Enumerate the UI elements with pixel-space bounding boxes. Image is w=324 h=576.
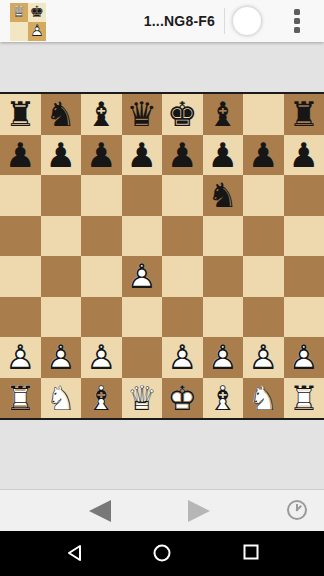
square-h2[interactable]: ♟♙: [284, 337, 324, 378]
square-c1[interactable]: ♝♗: [81, 378, 122, 419]
android-recents-icon[interactable]: [243, 544, 259, 564]
black-pawn: ♟: [243, 135, 284, 176]
square-f5[interactable]: [203, 216, 244, 257]
black-pawn: ♟: [81, 135, 122, 176]
square-b8[interactable]: ♞: [41, 94, 82, 135]
square-b2[interactable]: ♟♙: [41, 337, 82, 378]
square-d7[interactable]: ♟: [122, 135, 163, 176]
square-h8[interactable]: ♜: [284, 94, 324, 135]
square-d8[interactable]: ♛: [122, 94, 163, 135]
android-back-icon[interactable]: [66, 544, 82, 566]
square-b3[interactable]: [41, 297, 82, 338]
square-e6[interactable]: [162, 175, 203, 216]
move-controls-bar: [0, 489, 324, 531]
square-a8[interactable]: ♜: [0, 94, 41, 135]
black-bishop: ♝: [203, 94, 244, 135]
square-a7[interactable]: ♟: [0, 135, 41, 176]
white-pawn: ♟♙: [0, 337, 41, 378]
chess-app-screen: ♛♕♚♟♙ 1...NG8-F6 ♜♞♝♛♚♝♜♟♟♟♟♟♟♟♟♞♟♙♟♙♟♙♟…: [0, 0, 324, 576]
square-g2[interactable]: ♟♙: [243, 337, 284, 378]
android-home-icon[interactable]: [153, 544, 171, 566]
square-g1[interactable]: ♞♘: [243, 378, 284, 419]
white-pawn: ♟♙: [41, 337, 82, 378]
black-pawn: ♟: [41, 135, 82, 176]
square-c8[interactable]: ♝: [81, 94, 122, 135]
black-pawn: ♟: [203, 135, 244, 176]
white-pawn: ♟♙: [284, 337, 324, 378]
app-icon-cell: ♟♙: [28, 22, 46, 41]
white-pawn: ♟♙: [28, 22, 46, 41]
square-f4[interactable]: [203, 256, 244, 297]
app-bar: ♛♕♚♟♙ 1...NG8-F6: [0, 0, 324, 42]
overflow-menu-icon[interactable]: [294, 9, 300, 36]
menu-dot: [294, 9, 300, 15]
square-h5[interactable]: [284, 216, 324, 257]
white-king: ♚♔: [162, 378, 203, 419]
square-b1[interactable]: ♞♘: [41, 378, 82, 419]
square-d1[interactable]: ♛♕: [122, 378, 163, 419]
square-e3[interactable]: [162, 297, 203, 338]
square-d5[interactable]: [122, 216, 163, 257]
black-king: ♚: [28, 3, 46, 22]
white-rook: ♜♖: [284, 378, 324, 419]
turn-indicator-white-circle: [233, 7, 261, 35]
black-rook: ♜: [284, 94, 324, 135]
square-c2[interactable]: ♟♙: [81, 337, 122, 378]
square-g7[interactable]: ♟: [243, 135, 284, 176]
square-d2[interactable]: [122, 337, 163, 378]
black-pawn: ♟: [0, 135, 41, 176]
square-d4[interactable]: ♟♙: [122, 256, 163, 297]
square-b5[interactable]: [41, 216, 82, 257]
android-nav-bar: [0, 531, 324, 576]
square-e1[interactable]: ♚♔: [162, 378, 203, 419]
square-h3[interactable]: [284, 297, 324, 338]
white-rook: ♜♖: [0, 378, 41, 419]
square-d6[interactable]: [122, 175, 163, 216]
black-pawn: ♟: [284, 135, 324, 176]
menu-dot: [294, 18, 300, 24]
square-e4[interactable]: [162, 256, 203, 297]
white-queen: ♛♕: [122, 378, 163, 419]
white-queen: ♛♕: [10, 3, 28, 22]
square-c3[interactable]: [81, 297, 122, 338]
white-knight: ♞♘: [41, 378, 82, 419]
white-bishop: ♝♗: [81, 378, 122, 419]
square-c5[interactable]: [81, 216, 122, 257]
square-a2[interactable]: ♟♙: [0, 337, 41, 378]
black-knight: ♞: [203, 175, 244, 216]
square-g5[interactable]: [243, 216, 284, 257]
square-f6[interactable]: ♞: [203, 175, 244, 216]
square-g6[interactable]: [243, 175, 284, 216]
square-h7[interactable]: ♟: [284, 135, 324, 176]
app-logo-icon: ♛♕♚♟♙: [10, 3, 46, 41]
black-queen: ♛: [122, 94, 163, 135]
square-a4[interactable]: [0, 256, 41, 297]
black-bishop: ♝: [81, 94, 122, 135]
square-d3[interactable]: [122, 297, 163, 338]
square-h4[interactable]: [284, 256, 324, 297]
square-f2[interactable]: ♟♙: [203, 337, 244, 378]
square-g4[interactable]: [243, 256, 284, 297]
square-b6[interactable]: [41, 175, 82, 216]
square-b7[interactable]: ♟: [41, 135, 82, 176]
next-move-button[interactable]: [188, 500, 210, 522]
move-title: 1...NG8-F6: [144, 0, 215, 42]
white-knight: ♞♘: [243, 378, 284, 419]
white-bishop: ♝♗: [203, 378, 244, 419]
square-f7[interactable]: ♟: [203, 135, 244, 176]
menu-dot: [294, 27, 300, 33]
square-a5[interactable]: [0, 216, 41, 257]
black-rook: ♜: [0, 94, 41, 135]
square-a6[interactable]: [0, 175, 41, 216]
black-pawn: ♟: [162, 135, 203, 176]
clock-icon[interactable]: [287, 500, 307, 520]
chess-board: ♜♞♝♛♚♝♜♟♟♟♟♟♟♟♟♞♟♙♟♙♟♙♟♙♟♙♟♙♟♙♟♙♜♖♞♘♝♗♛♕…: [0, 92, 324, 420]
square-g3[interactable]: [243, 297, 284, 338]
square-b4[interactable]: [41, 256, 82, 297]
black-pawn: ♟: [122, 135, 163, 176]
app-icon-cell: ♛♕: [10, 3, 28, 22]
square-e2[interactable]: ♟♙: [162, 337, 203, 378]
black-knight: ♞: [41, 94, 82, 135]
square-e5[interactable]: [162, 216, 203, 257]
white-pawn: ♟♙: [122, 256, 163, 297]
square-c4[interactable]: [81, 256, 122, 297]
black-king: ♚: [162, 94, 203, 135]
square-a1[interactable]: ♜♖: [0, 378, 41, 419]
square-f8[interactable]: ♝: [203, 94, 244, 135]
square-f3[interactable]: [203, 297, 244, 338]
square-h1[interactable]: ♜♖: [284, 378, 324, 419]
square-c6[interactable]: [81, 175, 122, 216]
app-icon-cell: ♚: [28, 3, 46, 22]
white-pawn: ♟♙: [243, 337, 284, 378]
square-g8[interactable]: [243, 94, 284, 135]
appbar-divider: [224, 8, 225, 34]
previous-move-button[interactable]: [89, 500, 111, 522]
square-h6[interactable]: [284, 175, 324, 216]
white-pawn: ♟♙: [203, 337, 244, 378]
white-pawn: ♟♙: [81, 337, 122, 378]
square-e7[interactable]: ♟: [162, 135, 203, 176]
square-c7[interactable]: ♟: [81, 135, 122, 176]
square-e8[interactable]: ♚: [162, 94, 203, 135]
app-icon-cell: [10, 22, 28, 41]
square-a3[interactable]: [0, 297, 41, 338]
white-pawn: ♟♙: [162, 337, 203, 378]
square-f1[interactable]: ♝♗: [203, 378, 244, 419]
